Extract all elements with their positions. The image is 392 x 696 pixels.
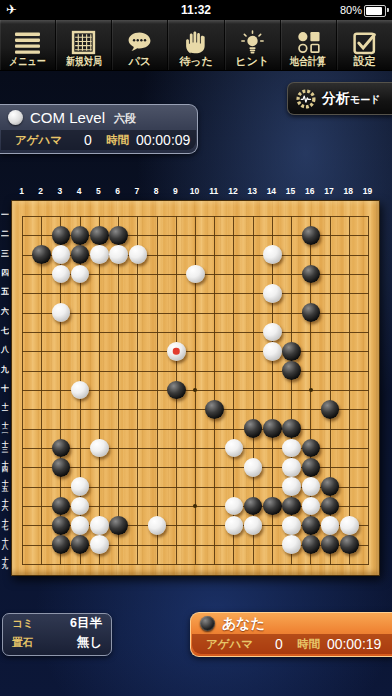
- white-stone-3-3: [52, 245, 71, 264]
- white-stone-7-3: [129, 245, 148, 264]
- black-stone-11-11: [205, 400, 224, 419]
- toolbar-button-6[interactable]: 地合計算: [281, 20, 337, 70]
- black-stone-15-8: [282, 342, 301, 361]
- column-label-16: 16: [303, 186, 317, 196]
- column-label-8: 8: [149, 186, 163, 196]
- row-label-11: 十一: [0, 401, 10, 415]
- white-stone-13-14: [244, 458, 263, 477]
- black-stone-3-18: [52, 535, 71, 554]
- white-stone-15-17: [282, 516, 301, 535]
- toolbar-button-label: 地合計算: [290, 55, 326, 68]
- toolbar-button-4[interactable]: 待った: [168, 20, 224, 70]
- column-label-12: 12: [226, 186, 240, 196]
- black-stone-15-9: [282, 361, 301, 380]
- last-move-marker: [173, 348, 180, 355]
- black-stone-4-2: [71, 226, 90, 245]
- black-stone-16-2: [302, 226, 321, 245]
- black-stone-3-17: [52, 516, 71, 535]
- black-stone-6-2: [109, 226, 128, 245]
- go-board[interactable]: [11, 200, 380, 576]
- white-stone-3-6: [52, 303, 71, 322]
- column-label-6: 6: [111, 186, 125, 196]
- row-label-15: 十五: [0, 479, 10, 493]
- column-label-13: 13: [245, 186, 259, 196]
- row-label-9: 九: [0, 363, 10, 377]
- battery-icon: [364, 5, 386, 17]
- toolbar-button-label: 新規対局: [66, 55, 102, 68]
- toolbar-button-3[interactable]: パス: [112, 20, 168, 70]
- toolbar-button-label: パス: [129, 55, 152, 68]
- opponent-time-label: 時間: [106, 133, 129, 148]
- toolbar-button-5[interactable]: ヒント: [225, 20, 281, 70]
- row-label-8: 八: [0, 343, 10, 357]
- white-stone-16-15: [302, 477, 321, 496]
- hint-lightbulb-icon: [240, 30, 265, 55]
- opponent-rank: 六段: [114, 111, 136, 126]
- handicap-label: 置石: [12, 636, 33, 650]
- white-stone-15-18: [282, 535, 301, 554]
- row-label-6: 六: [0, 305, 10, 319]
- analysis-gauge-icon: [295, 88, 317, 110]
- column-label-15: 15: [284, 186, 298, 196]
- white-stone-13-17: [244, 516, 263, 535]
- white-stone-14-3: [263, 245, 282, 264]
- column-label-4: 4: [72, 186, 86, 196]
- white-stone-15-15: [282, 477, 301, 496]
- column-label-1: 1: [15, 186, 29, 196]
- black-stone-17-18: [321, 535, 340, 554]
- territory-count-icon: [296, 30, 321, 55]
- opponent-capture-time-row: アゲハマ 0 時間 00:00:09: [1, 130, 196, 150]
- white-stone-14-5: [263, 284, 282, 303]
- row-label-2: 二: [0, 227, 10, 241]
- column-label-10: 10: [187, 186, 201, 196]
- white-stone-6-3: [109, 245, 128, 264]
- board-column-labels: 12345678910111213141516171819: [0, 186, 392, 198]
- opponent-captures-label: アゲハマ: [15, 133, 62, 148]
- analysis-mode-button[interactable]: 分析 モード: [287, 82, 392, 115]
- column-label-17: 17: [322, 186, 336, 196]
- column-label-3: 3: [53, 186, 67, 196]
- row-label-19: 十九: [0, 556, 10, 570]
- white-stone-15-14: [282, 458, 301, 477]
- app-screen: ✈ 11:32 80% メニュー新規対局パス待ったヒント地合計算設定 分析 モー…: [0, 0, 392, 696]
- row-label-7: 七: [0, 324, 10, 338]
- white-stone-5-3: [90, 245, 109, 264]
- row-label-13: 十三: [0, 440, 10, 454]
- player-time-value: 00:00:19: [327, 636, 382, 652]
- analysis-label-main: 分析: [322, 90, 350, 108]
- black-stone-3-14: [52, 458, 71, 477]
- white-stone-10-4: [186, 265, 205, 284]
- black-stone-17-15: [321, 477, 340, 496]
- column-label-5: 5: [91, 186, 105, 196]
- row-label-12: 十二: [0, 421, 10, 435]
- row-label-14: 十四: [0, 459, 10, 473]
- white-stone-14-7: [263, 323, 282, 342]
- white-stone-4-17: [71, 516, 90, 535]
- column-label-7: 7: [130, 186, 144, 196]
- toolbar-button-2[interactable]: 新規対局: [56, 20, 112, 70]
- toolbar-button-label: 設定: [353, 55, 375, 68]
- black-stone-15-12: [282, 419, 301, 438]
- toolbar-button-7[interactable]: 設定: [337, 20, 392, 70]
- row-label-4: 四: [0, 266, 10, 280]
- player-panel: あなた アゲハマ 0 時間 00:00:19: [190, 612, 392, 657]
- white-stone-5-13: [90, 439, 109, 458]
- black-stone-16-6: [302, 303, 321, 322]
- black-stone-16-18: [302, 535, 321, 554]
- black-stone-16-14: [302, 458, 321, 477]
- white-stone-18-17: [340, 516, 359, 535]
- row-label-1: 一: [0, 208, 10, 222]
- star-point: [309, 388, 313, 392]
- white-stone-9-8: [167, 342, 186, 361]
- opponent-captures-value: 0: [84, 132, 92, 148]
- row-label-5: 五: [0, 285, 10, 299]
- column-label-2: 2: [34, 186, 48, 196]
- new-game-board-icon: [71, 30, 96, 55]
- column-label-14: 14: [264, 186, 278, 196]
- black-stone-2-3: [32, 245, 51, 264]
- column-label-18: 18: [341, 186, 355, 196]
- column-label-19: 19: [360, 186, 374, 196]
- player-time-label: 時間: [297, 637, 320, 652]
- komi-label: コミ: [12, 617, 34, 631]
- player-captures-label: アゲハマ: [206, 637, 253, 652]
- black-stone-14-16: [263, 497, 282, 516]
- column-label-9: 9: [168, 186, 182, 196]
- row-label-10: 十: [0, 382, 10, 396]
- white-stone-8-17: [148, 516, 167, 535]
- status-time: 11:32: [0, 3, 392, 17]
- settings-checkbox-icon: [352, 30, 377, 55]
- analysis-label-sub: モード: [350, 93, 380, 107]
- black-stone-18-18: [340, 535, 359, 554]
- white-stone-5-18: [90, 535, 109, 554]
- white-stone-12-17: [225, 516, 244, 535]
- row-label-3: 三: [0, 247, 10, 261]
- black-stone-6-17: [109, 516, 128, 535]
- black-stone-14-12: [263, 419, 282, 438]
- row-label-18: 十八: [0, 537, 10, 551]
- komi-value: 6目半: [70, 615, 102, 632]
- player-name: あなた: [222, 615, 265, 633]
- player-captures-value: 0: [275, 636, 283, 652]
- row-label-17: 十七: [0, 517, 10, 531]
- column-label-11: 11: [207, 186, 221, 196]
- toolbar: メニュー新規対局パス待ったヒント地合計算設定: [0, 20, 392, 71]
- rules-panel: コミ 6目半 置石 無し: [2, 613, 112, 656]
- opponent-time-value: 00:00:09: [136, 132, 191, 148]
- row-label-16: 十六: [0, 498, 10, 512]
- black-stone-5-2: [90, 226, 109, 245]
- black-stone-3-2: [52, 226, 71, 245]
- battery-percent: 80%: [340, 4, 362, 16]
- black-stone-15-16: [282, 497, 301, 516]
- opponent-panel: COM Level 六段 アゲハマ 0 時間 00:00:09: [0, 104, 198, 154]
- toolbar-button-label: 待った: [179, 55, 213, 68]
- black-stone-16-17: [302, 516, 321, 535]
- player-capture-time-row: アゲハマ 0 時間 00:00:19: [192, 634, 392, 654]
- status-bar: ✈ 11:32 80%: [0, 0, 392, 20]
- black-stone-icon: [200, 616, 215, 631]
- white-stone-15-13: [282, 439, 301, 458]
- menu-icon: [15, 30, 40, 55]
- pass-speech-bubble-icon: [127, 30, 152, 55]
- white-stone-5-17: [90, 516, 109, 535]
- toolbar-button-label: ヒント: [235, 55, 269, 68]
- handicap-value: 無し: [77, 634, 102, 651]
- white-stone-14-8: [263, 342, 282, 361]
- black-stone-9-10: [167, 381, 186, 400]
- undo-hand-icon: [183, 30, 208, 55]
- toolbar-button-label: メニュー: [9, 55, 46, 68]
- black-stone-17-11: [321, 400, 340, 419]
- white-stone-17-17: [321, 516, 340, 535]
- board-row-labels: 一二三四五六七八九十十一十二十三十四十五十六十七十八十九: [0, 0, 11, 696]
- opponent-name: COM Level: [30, 109, 105, 126]
